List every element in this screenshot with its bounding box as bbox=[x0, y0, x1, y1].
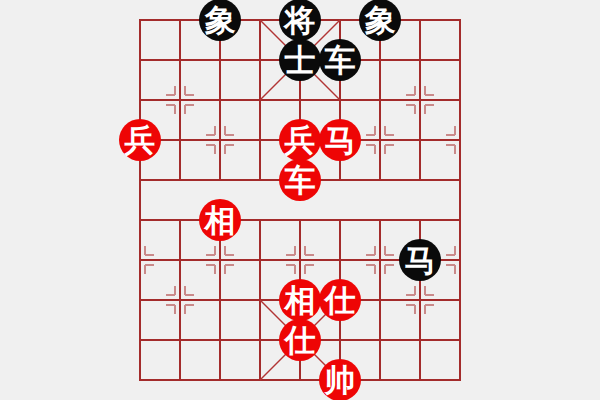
piece-red-soldier[interactable]: 兵 bbox=[279, 119, 321, 161]
piece-black-horse[interactable]: 马 bbox=[399, 239, 441, 281]
piece-red-soldier[interactable]: 兵 bbox=[119, 119, 161, 161]
piece-black-elephant[interactable]: 象 bbox=[199, 0, 241, 41]
piece-red-elephant[interactable]: 相 bbox=[279, 279, 321, 321]
xiangqi-board: 象将象士车马兵兵马车相相仕仕帅 bbox=[0, 0, 600, 400]
piece-black-chariot[interactable]: 车 bbox=[319, 39, 361, 81]
piece-red-advisor[interactable]: 仕 bbox=[279, 319, 321, 361]
piece-black-general[interactable]: 将 bbox=[279, 0, 321, 41]
piece-red-general[interactable]: 帅 bbox=[319, 359, 361, 400]
piece-black-advisor[interactable]: 士 bbox=[279, 39, 321, 81]
piece-red-horse[interactable]: 马 bbox=[319, 119, 361, 161]
piece-red-advisor[interactable]: 仕 bbox=[319, 279, 361, 321]
piece-red-chariot[interactable]: 车 bbox=[279, 159, 321, 201]
piece-black-elephant[interactable]: 象 bbox=[359, 0, 401, 41]
piece-red-elephant[interactable]: 相 bbox=[199, 199, 241, 241]
